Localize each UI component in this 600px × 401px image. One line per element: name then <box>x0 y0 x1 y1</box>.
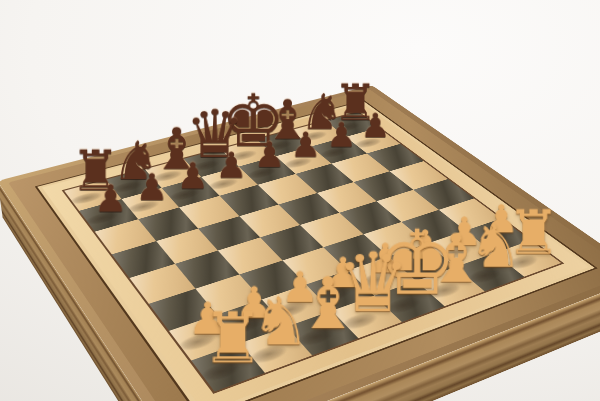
chess-board-box: ♜♞♝♛♚♝♞♜♟♟♟♟♟♟♟♟♟♟♟♟♟♟♟♟♜♞♝♛♚♝♞♜ <box>0 85 600 401</box>
perspective-wrapper: ♜♞♝♛♚♝♞♜♟♟♟♟♟♟♟♟♟♟♟♟♟♟♟♟♜♞♝♛♚♝♞♜ <box>0 0 600 401</box>
piece-white-rook-a1: ♜ <box>178 303 287 373</box>
photo-backdrop: ♜♞♝♛♚♝♞♜♟♟♟♟♟♟♟♟♟♟♟♟♟♟♟♟♜♞♝♛♚♝♞♜ <box>0 0 600 401</box>
